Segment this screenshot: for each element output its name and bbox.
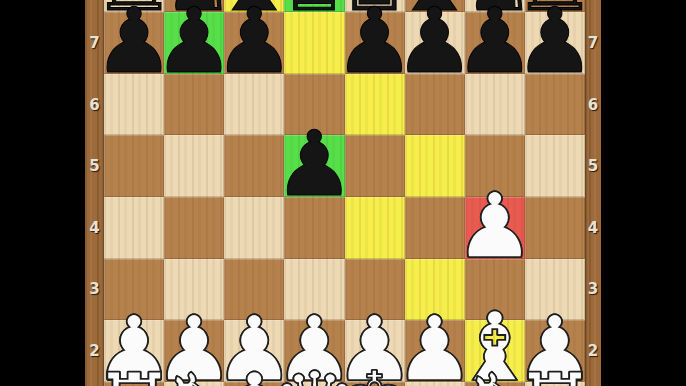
square-a4[interactable] — [104, 197, 164, 259]
square-e1[interactable]: ♚ — [345, 382, 405, 386]
black-pawn[interactable]: ♟ — [274, 119, 355, 209]
rank-label-4: 4 — [585, 197, 601, 259]
square-g4[interactable]: ♟ — [465, 197, 525, 259]
black-pawn[interactable]: ♟ — [214, 0, 295, 86]
rank-label-6: 6 — [85, 74, 104, 136]
board-squares: ♜♞♝♛♚♝♞♜♟♟♟♟♟♟♟♟♟♟♟♟♟♟♟♝♟♜♞♝♛♚♞♜ — [104, 0, 585, 386]
rank-label-2: 2 — [85, 320, 104, 382]
square-b4[interactable] — [164, 197, 224, 259]
rank-label-2: 2 — [585, 320, 601, 382]
rank-label-5: 5 — [585, 135, 601, 197]
rank-labels-left-frame: 765432 — [85, 0, 104, 386]
square-b5[interactable] — [164, 135, 224, 197]
square-d5[interactable]: ♟ — [284, 135, 344, 197]
rank-label-7: 7 — [85, 12, 104, 74]
chess-board: ♜♞♝♛♚♝♞♜♟♟♟♟♟♟♟♟♟♟♟♟♟♟♟♝♟♜♞♝♛♚♞♜ 765432 … — [85, 0, 601, 386]
white-pawn[interactable]: ♟ — [454, 181, 535, 271]
rank-labels-right-frame: 765432 — [585, 0, 601, 386]
white-king[interactable]: ♚ — [331, 359, 418, 386]
square-h1[interactable]: ♜ — [525, 382, 585, 386]
black-pawn[interactable]: ♟ — [515, 0, 596, 86]
rank-label-3: 3 — [85, 259, 104, 321]
square-a5[interactable] — [104, 135, 164, 197]
square-c7[interactable]: ♟ — [224, 12, 284, 74]
rank-label-5: 5 — [85, 135, 104, 197]
square-h7[interactable]: ♟ — [525, 12, 585, 74]
rank-label-6: 6 — [585, 74, 601, 136]
rank-label-4: 4 — [85, 197, 104, 259]
rank-label-7: 7 — [585, 12, 601, 74]
rank-label-3: 3 — [585, 259, 601, 321]
